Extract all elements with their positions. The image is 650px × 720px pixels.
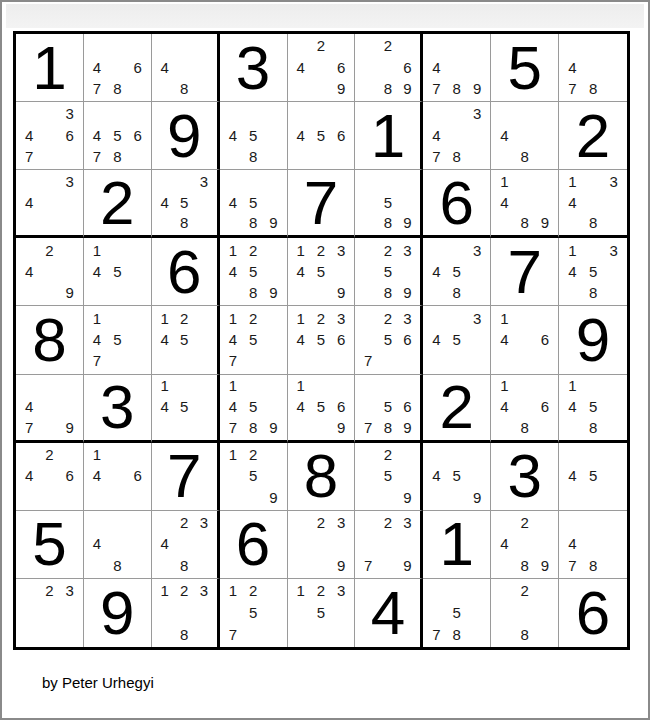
candidate-digit: 6	[127, 124, 147, 145]
candidate-digit	[107, 307, 127, 328]
candidate-digit	[194, 192, 214, 213]
candidate-digit	[194, 350, 214, 371]
candidate-digit: 5	[243, 192, 263, 213]
candidate-digit: 1	[87, 239, 107, 260]
cell-r9c5[interactable]: 1235	[288, 579, 356, 647]
cell-r2c5[interactable]: 456	[288, 102, 356, 170]
candidate-digit	[263, 444, 283, 465]
cell-r7c1[interactable]: 246	[16, 443, 84, 511]
candidate-digit	[60, 602, 80, 624]
candidate-digit	[194, 56, 214, 77]
candidate-digit: 4	[87, 56, 107, 77]
cell-r1c5[interactable]: 2469	[288, 34, 356, 102]
candidate-digit	[127, 239, 147, 260]
candidate-digit: 3	[331, 239, 351, 260]
candidate-digit	[535, 417, 555, 438]
candidate-digit: 9	[60, 282, 80, 303]
candidate-digit	[311, 623, 331, 645]
candidate-digit: 4	[426, 124, 446, 145]
candidate-digit	[603, 465, 624, 486]
candidate-digit	[467, 261, 487, 282]
cell-r8c9[interactable]: 478	[559, 511, 627, 579]
cell-value: 2	[576, 105, 610, 167]
candidate-digit: 1	[562, 376, 583, 397]
cell-value: 1	[440, 513, 474, 575]
candidate-grid: 2489	[494, 512, 555, 576]
cell-r6c3[interactable]: 145	[152, 375, 220, 443]
candidate-grid: 3458	[155, 171, 214, 233]
candidate-digit: 1	[223, 307, 243, 328]
candidate-grid: 1458	[562, 376, 624, 438]
author-credit: by Peter Urhegyi	[42, 674, 154, 691]
candidate-grid: 1259	[223, 444, 284, 508]
candidate-digit	[515, 307, 535, 328]
candidate-digit	[398, 171, 418, 192]
cell-r8c2[interactable]: 48	[84, 511, 152, 579]
cell-r9c9[interactable]: 6	[559, 579, 627, 647]
cell-value: 9	[167, 105, 201, 167]
candidate-digit	[603, 512, 624, 533]
cell-r3c8[interactable]: 1489	[491, 170, 559, 238]
candidate-grid: 146	[87, 444, 148, 508]
cell-r7c8[interactable]: 3	[491, 443, 559, 511]
candidate-digit: 5	[447, 261, 467, 282]
candidate-digit	[358, 213, 378, 234]
candidate-digit	[127, 512, 147, 533]
cell-r7c3[interactable]: 7	[152, 443, 220, 511]
candidate-digit: 9	[398, 78, 418, 99]
cell-r6c9[interactable]: 1458	[559, 375, 627, 443]
cell-r6c8[interactable]: 1468	[491, 375, 559, 443]
cell-value: 9	[576, 309, 610, 371]
candidate-digit: 1	[223, 239, 243, 260]
candidate-digit	[291, 282, 311, 303]
cell-r1c7[interactable]: 4789	[423, 34, 491, 102]
candidate-digit: 4	[494, 396, 514, 417]
cell-r7c7[interactable]: 459	[423, 443, 491, 511]
candidate-digit: 5	[583, 465, 604, 486]
candidate-digit	[87, 282, 107, 303]
cell-r4c9[interactable]: 13458	[559, 238, 627, 306]
candidate-digit: 5	[243, 465, 263, 486]
candidate-digit	[535, 146, 555, 167]
cell-r5c2[interactable]: 1457	[84, 306, 152, 374]
candidate-digit	[107, 103, 127, 124]
cell-r9c6[interactable]: 4	[355, 579, 423, 647]
candidate-digit: 6	[331, 396, 351, 417]
candidate-digit: 4	[494, 533, 514, 554]
candidate-digit	[447, 580, 467, 602]
cell-r3c5[interactable]: 7	[288, 170, 356, 238]
cell-r4c2[interactable]: 145	[84, 238, 152, 306]
candidate-digit: 4	[19, 192, 39, 213]
candidate-digit	[515, 103, 535, 124]
candidate-digit: 6	[127, 56, 147, 77]
candidate-digit: 2	[378, 307, 398, 328]
candidate-digit	[39, 602, 59, 624]
candidate-digit	[39, 146, 59, 167]
candidate-digit	[39, 396, 59, 417]
candidate-digit	[194, 533, 214, 554]
candidate-digit	[515, 376, 535, 397]
candidate-digit	[223, 146, 243, 167]
candidate-digit: 5	[311, 602, 331, 624]
candidate-digit	[515, 533, 535, 554]
candidate-grid: 124589	[223, 239, 284, 303]
candidate-digit	[243, 376, 263, 397]
cell-r1c6[interactable]: 2689	[355, 34, 423, 102]
candidate-digit: 1	[291, 307, 311, 328]
candidate-grid: 4789	[426, 35, 487, 99]
candidate-digit: 8	[447, 623, 467, 645]
cell-r6c6[interactable]: 56789	[355, 375, 423, 443]
candidate-digit: 4	[494, 329, 514, 350]
candidate-digit	[127, 103, 147, 124]
candidate-digit	[194, 555, 214, 576]
candidate-digit	[378, 555, 398, 576]
candidate-digit	[447, 124, 467, 145]
candidate-digit	[107, 35, 127, 56]
cell-r7c9[interactable]: 45	[559, 443, 627, 511]
candidate-digit: 1	[291, 580, 311, 602]
candidate-digit	[39, 417, 59, 438]
cell-r4c5[interactable]: 123459	[288, 238, 356, 306]
candidate-digit: 6	[331, 329, 351, 350]
candidate-digit: 1	[562, 171, 583, 192]
candidate-digit	[583, 171, 604, 192]
candidate-digit	[87, 555, 107, 576]
candidate-digit	[562, 213, 583, 234]
candidate-digit	[467, 465, 487, 486]
candidate-digit: 2	[311, 580, 331, 602]
candidate-digit	[426, 350, 446, 371]
candidate-digit	[155, 35, 175, 56]
candidate-digit	[107, 465, 127, 486]
candidate-digit: 3	[60, 171, 80, 192]
candidate-digit: 3	[331, 512, 351, 533]
candidate-grid: 23	[19, 580, 80, 645]
candidate-digit	[603, 555, 624, 576]
cell-r6c4[interactable]: 145789	[220, 375, 288, 443]
candidate-digit: 5	[447, 329, 467, 350]
cell-r8c1[interactable]: 5	[16, 511, 84, 579]
header-band	[6, 4, 644, 28]
cell-r4c7[interactable]: 3458	[423, 238, 491, 306]
cell-r7c6[interactable]: 259	[355, 443, 423, 511]
candidate-grid: 456	[291, 103, 352, 167]
candidate-grid: 145	[155, 376, 214, 438]
candidate-digit	[494, 512, 514, 533]
cell-value: 5	[507, 37, 541, 99]
candidate-grid: 246	[19, 444, 80, 508]
cell-r4c1[interactable]: 249	[16, 238, 84, 306]
candidate-digit	[562, 486, 583, 507]
candidate-digit	[263, 396, 283, 417]
candidate-digit: 9	[398, 417, 418, 438]
candidate-digit: 1	[562, 239, 583, 260]
candidate-digit	[583, 192, 604, 213]
cell-r3c3[interactable]: 3458	[152, 170, 220, 238]
cell-value: 7	[304, 172, 338, 234]
candidate-grid: 2469	[291, 35, 352, 99]
candidate-digit	[60, 239, 80, 260]
cell-r9c4[interactable]: 1257	[220, 579, 288, 647]
candidate-digit: 1	[223, 580, 243, 602]
cell-r5c6[interactable]: 23567	[355, 306, 423, 374]
candidate-digit	[263, 465, 283, 486]
candidate-digit: 3	[603, 239, 624, 260]
candidate-digit: 9	[60, 417, 80, 438]
candidate-digit: 3	[60, 103, 80, 124]
candidate-digit	[263, 146, 283, 167]
candidate-digit	[60, 623, 80, 645]
cell-r1c3[interactable]: 48	[152, 34, 220, 102]
cell-r3c7[interactable]: 6	[423, 170, 491, 238]
candidate-grid: 459	[426, 444, 487, 508]
candidate-digit	[263, 103, 283, 124]
candidate-digit	[467, 350, 487, 371]
candidate-digit	[243, 350, 263, 371]
candidate-digit	[603, 396, 624, 417]
candidate-digit: 5	[107, 124, 127, 145]
candidate-digit: 5	[174, 329, 194, 350]
cell-r7c2[interactable]: 146	[84, 443, 152, 511]
candidate-digit: 4	[155, 533, 175, 554]
candidate-digit: 2	[378, 35, 398, 56]
cell-value: 6	[440, 172, 474, 234]
candidate-digit	[311, 533, 331, 554]
cell-r2c3[interactable]: 9	[152, 102, 220, 170]
candidate-digit: 2	[311, 35, 331, 56]
candidate-digit: 3	[603, 171, 624, 192]
cell-r9c1[interactable]: 23	[16, 579, 84, 647]
cell-r5c5[interactable]: 123456	[288, 306, 356, 374]
candidate-digit	[447, 239, 467, 260]
cell-r6c7[interactable]: 2	[423, 375, 491, 443]
candidate-digit	[535, 512, 555, 533]
candidate-digit: 3	[331, 580, 351, 602]
cell-r5c4[interactable]: 12457	[220, 306, 288, 374]
candidate-digit	[291, 78, 311, 99]
cell-r5c3[interactable]: 1245	[152, 306, 220, 374]
candidate-digit	[107, 239, 127, 260]
candidate-digit	[583, 533, 604, 554]
candidate-digit: 5	[243, 602, 263, 624]
cell-r4c3[interactable]: 6	[152, 238, 220, 306]
cell-r8c7[interactable]: 1	[423, 511, 491, 579]
candidate-digit: 6	[331, 56, 351, 77]
cell-r9c2[interactable]: 9	[84, 579, 152, 647]
candidate-digit	[127, 261, 147, 282]
candidate-digit: 8	[243, 146, 263, 167]
candidate-digit	[447, 486, 467, 507]
candidate-digit: 1	[494, 307, 514, 328]
cell-r7c5[interactable]: 8	[288, 443, 356, 511]
candidate-digit	[155, 350, 175, 371]
cell-r2c4[interactable]: 458	[220, 102, 288, 170]
cell-r5c7[interactable]: 345	[423, 306, 491, 374]
candidate-digit	[603, 282, 624, 303]
candidate-digit	[535, 623, 555, 645]
cell-r8c3[interactable]: 2348	[152, 511, 220, 579]
cell-value: 5	[32, 513, 66, 575]
candidate-digit: 8	[107, 555, 127, 576]
cell-r6c2[interactable]: 3	[84, 375, 152, 443]
candidate-digit	[243, 171, 263, 192]
candidate-digit	[331, 103, 351, 124]
candidate-digit	[311, 78, 331, 99]
candidate-grid: 4678	[87, 35, 148, 99]
cell-r9c8[interactable]: 28	[491, 579, 559, 647]
candidate-digit	[331, 533, 351, 554]
candidate-digit	[535, 171, 555, 192]
candidate-digit	[378, 533, 398, 554]
candidate-digit	[107, 512, 127, 533]
cell-value: 3	[100, 376, 134, 438]
cell-r8c8[interactable]: 2489	[491, 511, 559, 579]
cell-r5c8[interactable]: 146	[491, 306, 559, 374]
cell-r1c9[interactable]: 478	[559, 34, 627, 102]
cell-r8c5[interactable]: 239	[288, 511, 356, 579]
candidate-digit: 9	[331, 78, 351, 99]
candidate-digit: 4	[19, 124, 39, 145]
cell-r6c5[interactable]: 14569	[288, 375, 356, 443]
candidate-digit: 3	[467, 103, 487, 124]
cell-r1c8[interactable]: 5	[491, 34, 559, 102]
cell-r3c6[interactable]: 589	[355, 170, 423, 238]
cell-r5c9[interactable]: 9	[559, 306, 627, 374]
candidate-digit	[39, 192, 59, 213]
candidate-digit	[60, 376, 80, 397]
candidate-digit	[127, 350, 147, 371]
candidate-digit	[603, 261, 624, 282]
cell-r9c7[interactable]: 578	[423, 579, 491, 647]
cell-r3c2[interactable]: 2	[84, 170, 152, 238]
cell-r4c6[interactable]: 23589	[355, 238, 423, 306]
cell-r2c1[interactable]: 3467	[16, 102, 84, 170]
cell-r4c4[interactable]: 124589	[220, 238, 288, 306]
candidate-digit	[107, 533, 127, 554]
candidate-digit	[19, 623, 39, 645]
cell-r2c9[interactable]: 2	[559, 102, 627, 170]
cell-r9c3[interactable]: 1238	[152, 579, 220, 647]
candidate-grid: 123459	[291, 239, 352, 303]
candidate-digit	[583, 56, 604, 77]
cell-value: 1	[371, 105, 405, 167]
candidate-digit: 3	[194, 580, 214, 602]
candidate-digit: 5	[378, 396, 398, 417]
cell-r2c7[interactable]: 3478	[423, 102, 491, 170]
candidate-digit: 2	[378, 512, 398, 533]
candidate-digit: 1	[155, 376, 175, 397]
cell-r8c6[interactable]: 2379	[355, 511, 423, 579]
candidate-digit	[358, 78, 378, 99]
candidate-digit	[194, 78, 214, 99]
candidate-digit	[19, 103, 39, 124]
candidate-digit: 4	[87, 465, 107, 486]
cell-r3c1[interactable]: 34	[16, 170, 84, 238]
candidate-digit	[263, 124, 283, 145]
candidate-digit	[174, 171, 194, 192]
candidate-digit: 6	[398, 329, 418, 350]
candidate-digit	[331, 602, 351, 624]
candidate-digit: 2	[174, 307, 194, 328]
candidate-digit	[494, 350, 514, 371]
candidate-digit	[19, 376, 39, 397]
cell-r7c4[interactable]: 1259	[220, 443, 288, 511]
candidate-digit	[583, 444, 604, 465]
candidate-digit: 9	[331, 555, 351, 576]
candidate-digit	[358, 171, 378, 192]
candidate-digit	[19, 213, 39, 234]
cell-r1c1[interactable]: 1	[16, 34, 84, 102]
candidate-grid: 1348	[562, 171, 624, 233]
candidate-grid: 1489	[494, 171, 555, 233]
candidate-digit: 8	[378, 213, 398, 234]
cell-r8c4[interactable]: 6	[220, 511, 288, 579]
candidate-digit	[447, 350, 467, 371]
cell-r4c8[interactable]: 7	[491, 238, 559, 306]
cell-r1c4[interactable]: 3	[220, 34, 288, 102]
cell-r3c9[interactable]: 1348	[559, 170, 627, 238]
candidate-digit	[358, 376, 378, 397]
candidate-digit	[174, 350, 194, 371]
cell-r3c4[interactable]: 4589	[220, 170, 288, 238]
cell-r2c6[interactable]: 1	[355, 102, 423, 170]
candidate-digit: 5	[583, 396, 604, 417]
candidate-digit	[603, 486, 624, 507]
candidate-grid: 1257	[223, 580, 284, 645]
candidate-digit	[87, 512, 107, 533]
candidate-digit: 6	[127, 465, 147, 486]
candidate-digit	[535, 307, 555, 328]
candidate-digit	[291, 602, 311, 624]
cell-r2c2[interactable]: 45678	[84, 102, 152, 170]
candidate-digit: 9	[263, 486, 283, 507]
candidate-digit: 8	[174, 555, 194, 576]
candidate-digit: 2	[39, 580, 59, 602]
candidate-digit: 5	[378, 192, 398, 213]
candidate-digit	[494, 602, 514, 624]
candidate-digit	[426, 35, 446, 56]
cell-r2c8[interactable]: 48	[491, 102, 559, 170]
candidate-digit: 4	[562, 396, 583, 417]
candidate-digit	[535, 376, 555, 397]
candidate-grid: 45678	[87, 103, 148, 167]
candidate-digit	[331, 376, 351, 397]
candidate-digit: 4	[291, 329, 311, 350]
candidate-digit	[263, 192, 283, 213]
cell-r6c1[interactable]: 479	[16, 375, 84, 443]
candidate-grid: 478	[562, 512, 624, 576]
candidate-digit	[378, 376, 398, 397]
cell-r5c1[interactable]: 8	[16, 306, 84, 374]
candidate-digit	[311, 376, 331, 397]
candidate-digit: 9	[331, 417, 351, 438]
candidate-digit: 4	[562, 261, 583, 282]
cell-r1c2[interactable]: 4678	[84, 34, 152, 102]
candidate-digit	[562, 35, 583, 56]
candidate-digit: 1	[291, 376, 311, 397]
candidate-digit	[358, 486, 378, 507]
candidate-digit: 8	[107, 78, 127, 99]
candidate-digit: 2	[39, 239, 59, 260]
candidate-digit: 8	[515, 417, 535, 438]
candidate-digit	[194, 376, 214, 397]
candidate-digit	[467, 444, 487, 465]
candidate-digit	[174, 56, 194, 77]
candidate-digit	[223, 486, 243, 507]
